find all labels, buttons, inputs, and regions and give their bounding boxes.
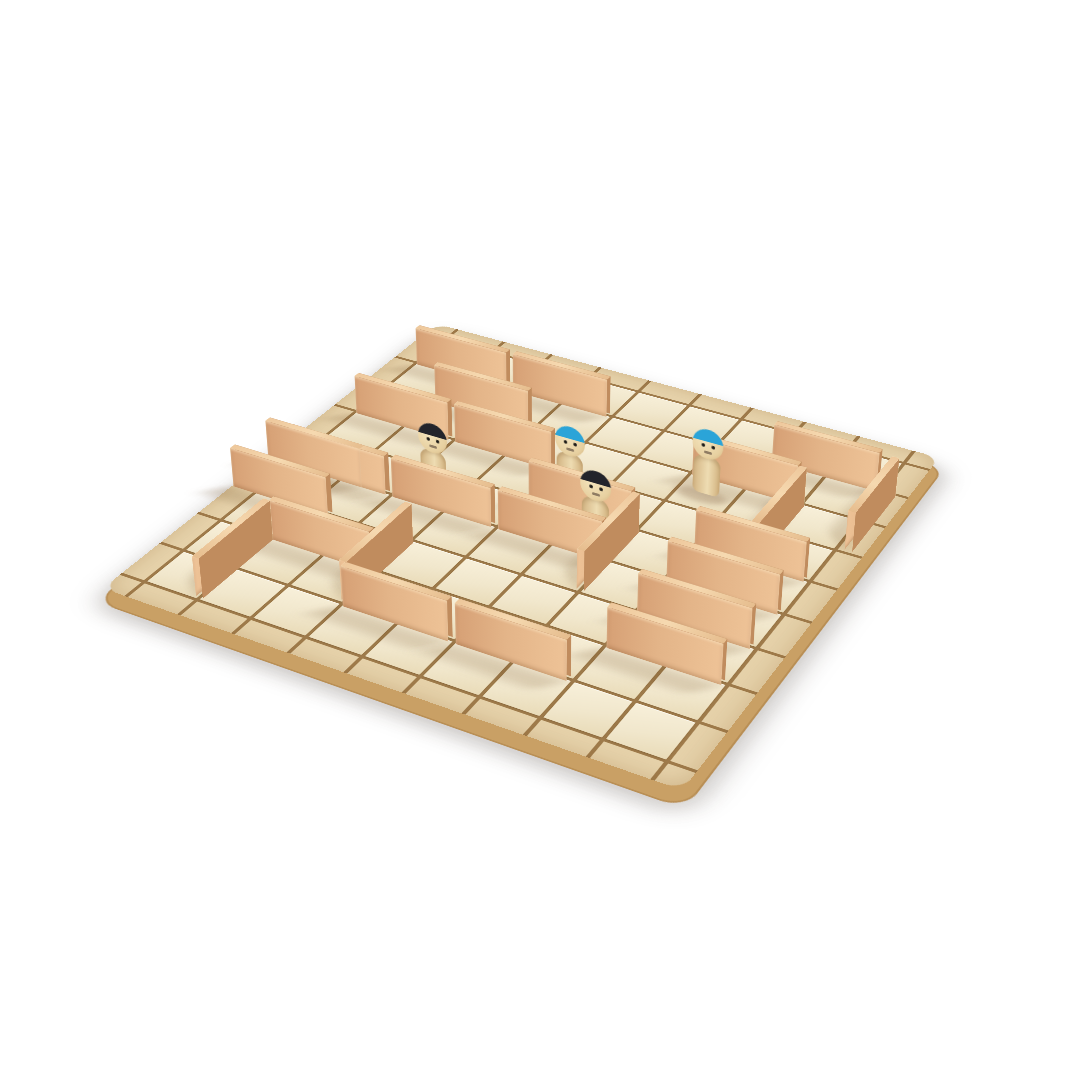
photo-canvas: Wooden Quoridor board game, mid-game pos… <box>0 0 1080 1080</box>
pawn-eye-right <box>711 445 715 449</box>
pawn-eye-left <box>564 440 568 444</box>
pawn-eye-right <box>436 439 439 443</box>
wall-h2h[interactable] <box>607 643 726 685</box>
pawn-body <box>692 453 721 498</box>
pawn-eye-right <box>599 487 603 492</box>
pawn-figure <box>688 425 727 499</box>
pawn-eye-left <box>427 437 430 441</box>
pawn-eye-left <box>701 443 705 447</box>
pawn-blue-2[interactable] <box>688 489 724 499</box>
pawn-eye-left <box>589 484 593 489</box>
pawn-eye-right <box>573 442 577 446</box>
quoridor-board <box>103 324 939 790</box>
scene-3d <box>0 0 1080 1080</box>
